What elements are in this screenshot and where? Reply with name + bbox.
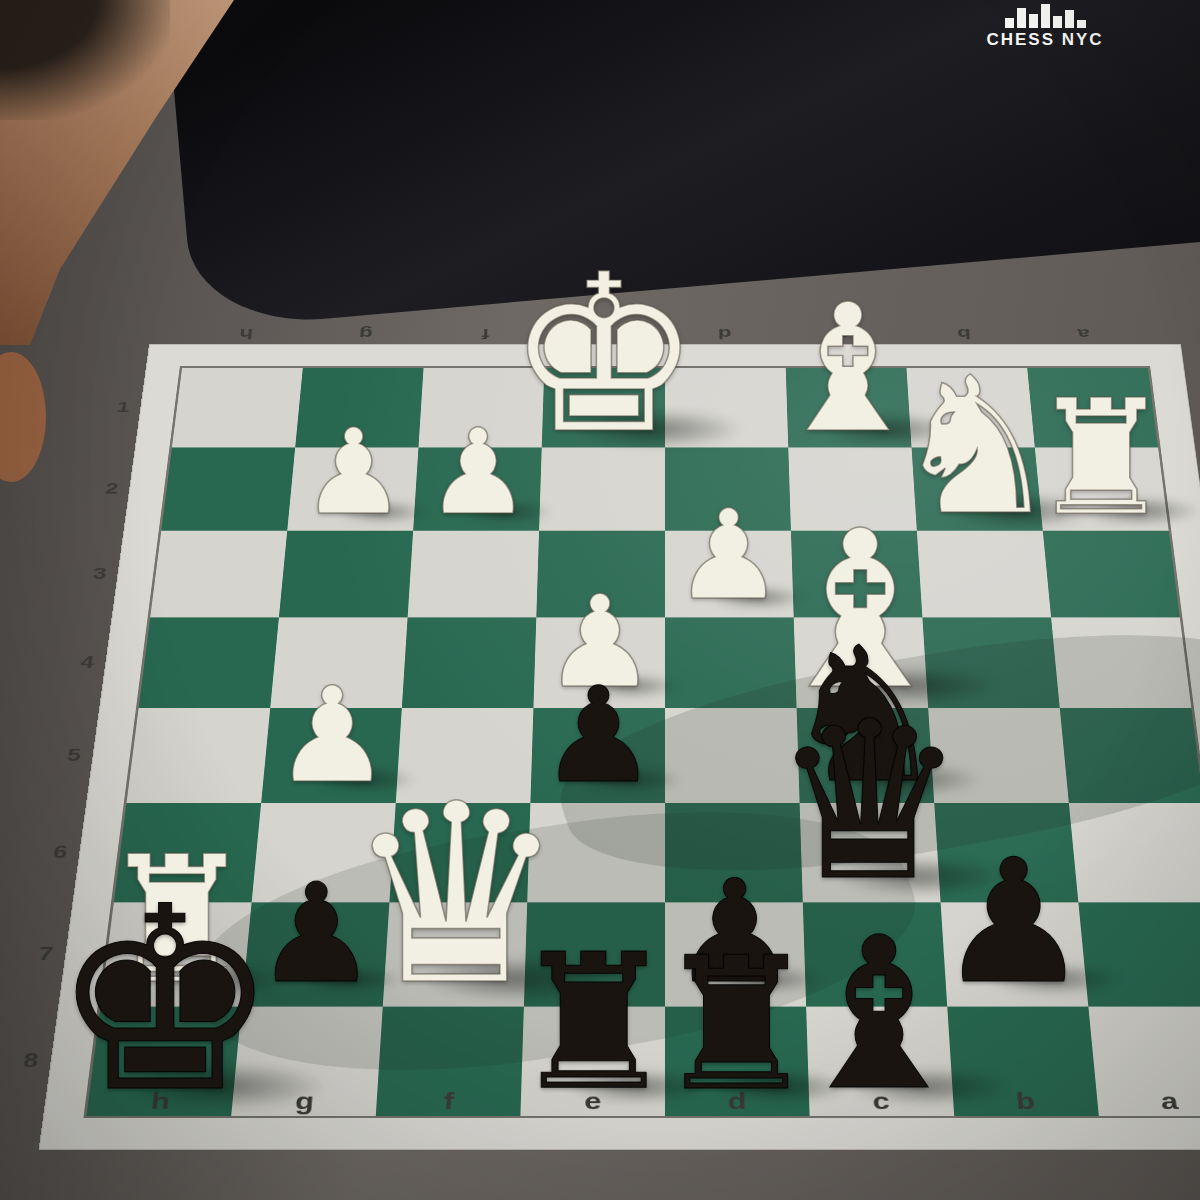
square-d4: [665, 617, 797, 708]
rank-label-left-8: 8: [22, 1049, 40, 1072]
file-label-bottom-e: e: [584, 1087, 602, 1114]
square-h1: [172, 368, 303, 448]
square-g4: [270, 617, 407, 708]
square-e6: [527, 803, 665, 902]
square-c7: [803, 902, 947, 1006]
file-label-bottom-b: b: [1015, 1087, 1036, 1114]
square-h5: [127, 708, 271, 803]
square-e4: [533, 617, 665, 708]
square-b4: [922, 617, 1059, 708]
square-h7: [101, 902, 252, 1006]
file-label-top-b: b: [957, 326, 972, 342]
rank-label-left-1: 1: [116, 399, 131, 416]
square-g5: [261, 708, 402, 803]
square-e1: [542, 368, 665, 448]
square-a1: [1027, 368, 1158, 448]
square-a6: [1069, 803, 1200, 902]
square-c2: [788, 447, 917, 530]
square-c5: [797, 708, 935, 803]
square-h4: [139, 617, 279, 708]
square-d3: [665, 531, 794, 618]
square-g7: [242, 902, 390, 1006]
square-f1: [418, 368, 544, 448]
rank-label-left-7: 7: [37, 943, 55, 965]
square-f4: [402, 617, 536, 708]
rank-label-left-4: 4: [79, 653, 95, 672]
square-e3: [536, 531, 665, 618]
rank-label-left-2: 2: [104, 480, 119, 498]
file-label-bottom-f: f: [443, 1087, 455, 1114]
square-d7: [665, 902, 806, 1006]
square-a3: [1043, 531, 1180, 618]
board-grid: [87, 368, 1200, 1116]
chess-board: hhggffeeddccbbaa12345678: [40, 345, 1200, 1149]
square-h3: [150, 531, 287, 618]
square-a5: [1060, 708, 1200, 803]
shirt-logo-text: CHESS NYC: [945, 30, 1145, 50]
rank-label-left-5: 5: [66, 745, 83, 765]
square-c1: [786, 368, 912, 448]
square-a2: [1035, 447, 1169, 530]
square-c6: [800, 803, 941, 902]
square-g6: [252, 803, 396, 902]
square-a8: [1088, 1007, 1200, 1116]
file-label-bottom-a: a: [1159, 1087, 1179, 1114]
square-h6: [114, 803, 261, 902]
square-e5: [530, 708, 665, 803]
file-label-bottom-d: d: [727, 1087, 746, 1114]
square-c3: [791, 531, 922, 618]
square-g2: [287, 447, 418, 530]
square-b6: [934, 803, 1078, 902]
square-b2: [912, 447, 1043, 530]
square-e2: [539, 447, 665, 530]
square-f6: [389, 803, 530, 902]
square-h2: [161, 447, 295, 530]
file-label-bottom-h: h: [150, 1087, 172, 1114]
square-a4: [1051, 617, 1191, 708]
square-f7: [383, 902, 527, 1006]
file-label-top-f: f: [481, 326, 489, 342]
square-d2: [665, 447, 791, 530]
rank-label-left-3: 3: [92, 564, 108, 583]
skyline-logo-icon: [945, 2, 1145, 28]
shirt-logo: CHESS NYC: [945, 2, 1145, 66]
file-label-top-a: a: [1077, 326, 1091, 342]
square-f2: [413, 447, 542, 530]
background-shadow: [0, 0, 170, 120]
file-label-bottom-g: g: [294, 1087, 315, 1114]
file-label-top-d: d: [718, 326, 732, 342]
square-g1: [295, 368, 423, 448]
file-label-top-c: c: [838, 326, 851, 342]
file-label-bottom-c: c: [872, 1087, 890, 1114]
square-b3: [917, 531, 1051, 618]
chair-edge: [0, 352, 46, 482]
square-d5: [665, 708, 800, 803]
square-f3: [408, 531, 539, 618]
file-label-top-h: h: [239, 326, 254, 342]
square-g3: [279, 531, 413, 618]
square-d6: [665, 803, 803, 902]
square-c4: [794, 617, 928, 708]
photo-scene: CHESS NYC hhggffeeddccbbaa12345678 ♚♝♞♜♟…: [0, 0, 1200, 1200]
file-label-top-g: g: [358, 326, 373, 342]
square-b1: [906, 368, 1034, 448]
square-f5: [396, 708, 534, 803]
square-d1: [665, 368, 788, 448]
square-a7: [1078, 902, 1200, 1006]
square-b7: [941, 902, 1089, 1006]
file-label-top-e: e: [599, 326, 612, 342]
square-b5: [928, 708, 1069, 803]
square-e7: [524, 902, 665, 1006]
rank-label-left-6: 6: [52, 842, 69, 863]
